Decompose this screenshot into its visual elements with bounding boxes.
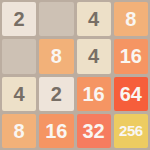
tile-8-r1c4: 8 [114,2,148,36]
tile-16-r2c4: 16 [114,39,148,73]
tile-2-r3c2: 2 [39,77,73,111]
tile-256-r4c4: 256 [114,114,148,148]
tile-2-r1c1: 2 [2,2,36,36]
tile-8-r4c1: 8 [2,114,36,148]
tile-4-r1c3: 4 [77,2,111,36]
empty-cell-r2c1 [2,39,36,73]
tile-4-r3c1: 4 [2,77,36,111]
tile-16-r3c3: 16 [77,77,111,111]
tile-64-r3c4: 64 [114,77,148,111]
2048-board[interactable]: 248841642166481632256 [0,0,150,150]
tile-4-r2c3: 4 [77,39,111,73]
tile-8-r2c2: 8 [39,39,73,73]
tile-32-r4c3: 32 [77,114,111,148]
tile-16-r4c2: 16 [39,114,73,148]
empty-cell-r1c2 [39,2,73,36]
